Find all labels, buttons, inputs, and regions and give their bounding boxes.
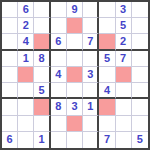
sudoku-cell-r1c6[interactable] — [83, 2, 99, 18]
sudoku-cell-r4c7[interactable]: 5 — [99, 51, 115, 67]
sudoku-cell-r7c7[interactable] — [99, 99, 115, 115]
sudoku-cell-r9c6[interactable] — [83, 132, 99, 148]
sudoku-cell-r5c6[interactable]: 3 — [83, 67, 99, 83]
sudoku-cell-r7c9[interactable] — [132, 99, 148, 115]
sudoku-cell-r3c4[interactable]: 6 — [51, 34, 67, 50]
sudoku-cell-r9c5[interactable] — [67, 132, 83, 148]
sudoku-cell-r7c4[interactable]: 8 — [51, 99, 67, 115]
sudoku-cell-r5c7[interactable] — [99, 67, 115, 83]
sudoku-cell-r9c9[interactable]: 5 — [132, 132, 148, 148]
sudoku-cell-r4c3[interactable]: 8 — [34, 51, 50, 67]
sudoku-cell-r8c5[interactable] — [67, 116, 83, 132]
sudoku-cell-r6c1[interactable] — [2, 83, 18, 99]
sudoku-cell-r3c8[interactable]: 2 — [116, 34, 132, 50]
sudoku-cell-r6c6[interactable] — [83, 83, 99, 99]
sudoku-cell-r9c7[interactable]: 7 — [99, 132, 115, 148]
sudoku-cell-r5c5[interactable] — [67, 67, 83, 83]
sudoku-cell-r1c2[interactable]: 6 — [18, 2, 34, 18]
sudoku-cell-r7c6[interactable]: 1 — [83, 99, 99, 115]
sudoku-cell-r8c7[interactable] — [99, 116, 115, 132]
sudoku-cell-r7c8[interactable] — [116, 99, 132, 115]
sudoku-cell-r6c3[interactable]: 5 — [34, 83, 50, 99]
sudoku-cell-r7c5[interactable]: 3 — [67, 99, 83, 115]
sudoku-cell-r4c5[interactable] — [67, 51, 83, 67]
sudoku-cell-r3c3[interactable] — [34, 34, 50, 50]
sudoku-cell-r6c5[interactable] — [67, 83, 83, 99]
sudoku-cell-r2c8[interactable]: 5 — [116, 18, 132, 34]
sudoku-cell-r5c3[interactable] — [34, 67, 50, 83]
sudoku-cell-r9c3[interactable]: 1 — [34, 132, 50, 148]
sudoku-cell-r5c4[interactable]: 4 — [51, 67, 67, 83]
sudoku-cell-r8c2[interactable] — [18, 116, 34, 132]
sudoku-cell-r3c6[interactable]: 7 — [83, 34, 99, 50]
sudoku-cell-r8c4[interactable] — [51, 116, 67, 132]
sudoku-cell-r1c7[interactable] — [99, 2, 115, 18]
sudoku-cell-r6c2[interactable] — [18, 83, 34, 99]
sudoku-cell-r6c9[interactable] — [132, 83, 148, 99]
sudoku-cell-r2c7[interactable] — [99, 18, 115, 34]
sudoku-cell-r2c2[interactable]: 2 — [18, 18, 34, 34]
sudoku-cell-r4c4[interactable] — [51, 51, 67, 67]
sudoku-cell-r7c2[interactable] — [18, 99, 34, 115]
sudoku-cell-r1c9[interactable] — [132, 2, 148, 18]
sudoku-cell-r5c9[interactable] — [132, 67, 148, 83]
sudoku-cell-r4c2[interactable]: 1 — [18, 51, 34, 67]
sudoku-cell-r1c4[interactable] — [51, 2, 67, 18]
sudoku-cell-r2c3[interactable] — [34, 18, 50, 34]
sudoku-cell-r7c3[interactable] — [34, 99, 50, 115]
sudoku-cell-r5c8[interactable] — [116, 67, 132, 83]
sudoku-cell-r5c2[interactable] — [18, 67, 34, 83]
sudoku-cell-r3c1[interactable] — [2, 34, 18, 50]
sudoku-board: 693254672185743548316175 — [0, 0, 150, 150]
sudoku-cell-r8c1[interactable] — [2, 116, 18, 132]
sudoku-cell-r3c5[interactable] — [67, 34, 83, 50]
sudoku-cell-r2c9[interactable] — [132, 18, 148, 34]
sudoku-cell-r2c1[interactable] — [2, 18, 18, 34]
sudoku-cell-r4c6[interactable] — [83, 51, 99, 67]
sudoku-cell-r8c9[interactable] — [132, 116, 148, 132]
sudoku-cell-r1c3[interactable] — [34, 2, 50, 18]
sudoku-cell-r1c8[interactable]: 3 — [116, 2, 132, 18]
sudoku-cell-r2c6[interactable] — [83, 18, 99, 34]
sudoku-cell-r8c8[interactable] — [116, 116, 132, 132]
sudoku-cell-r5c1[interactable] — [2, 67, 18, 83]
sudoku-cell-r9c2[interactable] — [18, 132, 34, 148]
sudoku-cell-r6c8[interactable] — [116, 83, 132, 99]
sudoku-cell-r4c8[interactable]: 7 — [116, 51, 132, 67]
sudoku-cell-r9c4[interactable] — [51, 132, 67, 148]
sudoku-cell-r3c7[interactable] — [99, 34, 115, 50]
sudoku-cell-r4c9[interactable] — [132, 51, 148, 67]
sudoku-cell-r1c5[interactable]: 9 — [67, 2, 83, 18]
sudoku-cell-r7c1[interactable] — [2, 99, 18, 115]
sudoku-cell-r2c5[interactable] — [67, 18, 83, 34]
sudoku-cell-r2c4[interactable] — [51, 18, 67, 34]
sudoku-cell-r3c9[interactable] — [132, 34, 148, 50]
sudoku-cell-r1c1[interactable] — [2, 2, 18, 18]
sudoku-cell-r6c7[interactable]: 4 — [99, 83, 115, 99]
sudoku-cell-r6c4[interactable] — [51, 83, 67, 99]
sudoku-cell-r4c1[interactable] — [2, 51, 18, 67]
sudoku-cell-r8c3[interactable] — [34, 116, 50, 132]
sudoku-cell-r9c8[interactable] — [116, 132, 132, 148]
sudoku-cell-r9c1[interactable]: 6 — [2, 132, 18, 148]
sudoku-cell-r8c6[interactable] — [83, 116, 99, 132]
sudoku-cell-r3c2[interactable]: 4 — [18, 34, 34, 50]
